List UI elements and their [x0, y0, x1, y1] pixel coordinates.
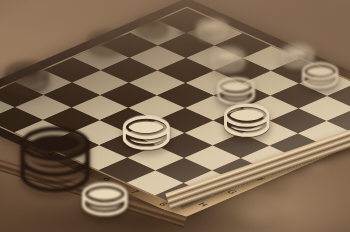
board-frame: 12345678 ABCDEFGH — [0, 0, 350, 218]
checkers-photo-scene: 12345678 ABCDEFGH ⛂⛂⛂⛂⛂⛂⛂⛂⛂⛃⛂⛂⛂ — [0, 0, 350, 232]
board-grid — [0, 8, 350, 208]
